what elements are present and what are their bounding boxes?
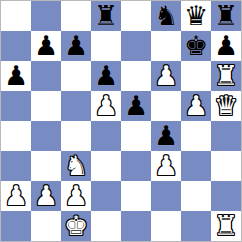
square-c7[interactable]: ♟	[61, 31, 91, 61]
square-d3[interactable]	[91, 151, 121, 181]
piece-black-pawn: ♟	[214, 32, 238, 59]
piece-black-rook: ♜	[214, 2, 238, 29]
square-a7[interactable]	[1, 31, 31, 61]
piece-black-pawn: ♟	[64, 32, 88, 59]
piece-white-pawn: ♟	[34, 182, 58, 209]
square-e5[interactable]: ♟	[121, 91, 151, 121]
square-b7[interactable]: ♟	[31, 31, 61, 61]
square-h6[interactable]: ♜	[211, 61, 241, 91]
square-a8[interactable]	[1, 1, 31, 31]
square-a3[interactable]	[1, 151, 31, 181]
square-b4[interactable]	[31, 121, 61, 151]
square-f2[interactable]	[151, 181, 181, 211]
square-g8[interactable]: ♛	[181, 1, 211, 31]
square-e3[interactable]	[121, 151, 151, 181]
piece-black-pawn: ♟	[4, 62, 28, 89]
square-b3[interactable]	[31, 151, 61, 181]
square-c5[interactable]	[61, 91, 91, 121]
square-d8[interactable]: ♜	[91, 1, 121, 31]
piece-white-pawn: ♟	[154, 62, 178, 89]
square-h4[interactable]	[211, 121, 241, 151]
piece-white-king: ♚	[64, 212, 88, 239]
piece-white-pawn: ♟	[154, 152, 178, 179]
square-f8[interactable]: ♞	[151, 1, 181, 31]
square-h5[interactable]: ♛	[211, 91, 241, 121]
square-g5[interactable]: ♟	[181, 91, 211, 121]
square-e4[interactable]	[121, 121, 151, 151]
square-d6[interactable]: ♟	[91, 61, 121, 91]
piece-white-knight: ♞	[64, 152, 88, 179]
square-b1[interactable]	[31, 211, 61, 241]
square-g2[interactable]	[181, 181, 211, 211]
piece-white-pawn: ♟	[4, 182, 28, 209]
square-h7[interactable]: ♟	[211, 31, 241, 61]
square-f1[interactable]	[151, 211, 181, 241]
square-h3[interactable]	[211, 151, 241, 181]
square-a2[interactable]: ♟	[1, 181, 31, 211]
square-f6[interactable]: ♟	[151, 61, 181, 91]
piece-black-pawn: ♟	[124, 92, 148, 119]
square-b2[interactable]: ♟	[31, 181, 61, 211]
square-d2[interactable]	[91, 181, 121, 211]
square-f4[interactable]: ♟	[151, 121, 181, 151]
chess-board: ♜♞♛♜♟♟♚♟♟♟♟♜♟♟♟♛♟♞♟♟♟♟♚♜	[0, 0, 242, 242]
square-d5[interactable]: ♟	[91, 91, 121, 121]
piece-white-pawn: ♟	[184, 92, 208, 119]
square-e8[interactable]	[121, 1, 151, 31]
square-g4[interactable]	[181, 121, 211, 151]
piece-black-rook: ♜	[94, 2, 118, 29]
square-c4[interactable]	[61, 121, 91, 151]
piece-white-queen: ♛	[214, 92, 238, 119]
square-c1[interactable]: ♚	[61, 211, 91, 241]
piece-black-king: ♚	[184, 32, 208, 59]
square-b5[interactable]	[31, 91, 61, 121]
square-d1[interactable]	[91, 211, 121, 241]
square-b8[interactable]	[31, 1, 61, 31]
square-e2[interactable]	[121, 181, 151, 211]
square-a6[interactable]: ♟	[1, 61, 31, 91]
square-e6[interactable]	[121, 61, 151, 91]
square-a5[interactable]	[1, 91, 31, 121]
square-c8[interactable]	[61, 1, 91, 31]
square-d4[interactable]	[91, 121, 121, 151]
square-g1[interactable]	[181, 211, 211, 241]
square-f7[interactable]	[151, 31, 181, 61]
square-h2[interactable]	[211, 181, 241, 211]
square-c6[interactable]	[61, 61, 91, 91]
square-g7[interactable]: ♚	[181, 31, 211, 61]
piece-black-pawn: ♟	[34, 32, 58, 59]
square-g6[interactable]	[181, 61, 211, 91]
square-h1[interactable]: ♜	[211, 211, 241, 241]
square-c2[interactable]: ♟	[61, 181, 91, 211]
square-h8[interactable]: ♜	[211, 1, 241, 31]
square-d7[interactable]	[91, 31, 121, 61]
square-f5[interactable]	[151, 91, 181, 121]
square-c3[interactable]: ♞	[61, 151, 91, 181]
square-e7[interactable]	[121, 31, 151, 61]
piece-white-rook: ♜	[214, 212, 238, 239]
piece-white-rook: ♜	[214, 62, 238, 89]
piece-black-queen: ♛	[184, 2, 208, 29]
piece-black-knight: ♞	[154, 2, 178, 29]
piece-black-pawn: ♟	[154, 122, 178, 149]
square-f3[interactable]: ♟	[151, 151, 181, 181]
square-e1[interactable]	[121, 211, 151, 241]
square-a4[interactable]	[1, 121, 31, 151]
square-b6[interactable]	[31, 61, 61, 91]
piece-white-pawn: ♟	[64, 182, 88, 209]
square-a1[interactable]	[1, 211, 31, 241]
piece-black-pawn: ♟	[94, 62, 118, 89]
square-g3[interactable]	[181, 151, 211, 181]
piece-white-pawn: ♟	[94, 92, 118, 119]
